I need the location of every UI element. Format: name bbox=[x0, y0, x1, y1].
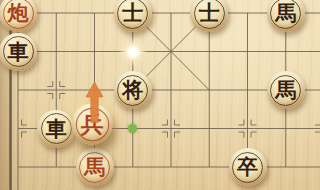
piece-character: 兵 bbox=[80, 112, 103, 136]
piece-character: 馬 bbox=[84, 156, 105, 178]
piece-character: 車 bbox=[8, 41, 29, 63]
piece-black-chariot-b3[interactable]: 車 bbox=[37, 110, 75, 148]
piece-character: 将 bbox=[122, 79, 143, 101]
piece-black-horse-h2[interactable]: 馬 bbox=[267, 71, 305, 109]
piece-character: 士 bbox=[199, 2, 220, 24]
piece-red-horse-c4[interactable]: 馬 bbox=[76, 148, 114, 186]
piece-character: 士 bbox=[122, 2, 143, 24]
piece-character: 馬 bbox=[275, 79, 296, 101]
piece-black-general-d2[interactable]: 将 bbox=[114, 71, 152, 109]
piece-character: 車 bbox=[46, 118, 67, 140]
piece-black-chariot-a1[interactable]: 車 bbox=[0, 33, 37, 71]
piece-character: 馬 bbox=[275, 2, 296, 24]
piece-red-soldier-c3[interactable]: 兵 bbox=[71, 103, 112, 144]
piece-character: 炮 bbox=[8, 2, 29, 24]
xiangqi-board[interactable]: 炮士士馬車将馬車兵馬卒 bbox=[0, 0, 320, 190]
piece-black-soldier-g4[interactable]: 卒 bbox=[229, 148, 267, 186]
piece-character: 卒 bbox=[237, 156, 258, 178]
